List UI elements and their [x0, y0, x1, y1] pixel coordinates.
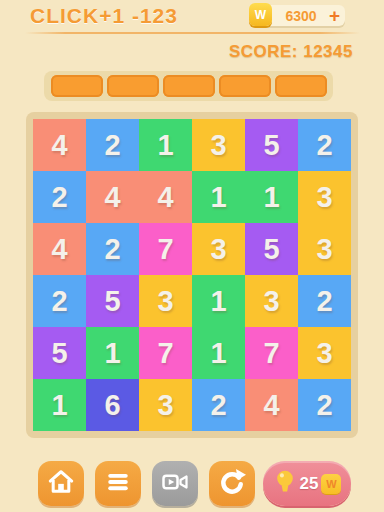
- tile-3[interactable]: 3: [298, 327, 351, 379]
- tile-3[interactable]: 3: [298, 223, 351, 275]
- tile-3[interactable]: 3: [139, 275, 192, 327]
- progress-segment: [275, 75, 327, 97]
- game-title: CLICK+1 -123: [30, 4, 178, 28]
- tile-3[interactable]: 3: [298, 171, 351, 223]
- refresh-icon: [217, 467, 247, 501]
- tile-1[interactable]: 1: [192, 171, 245, 223]
- add-coins-button[interactable]: +: [329, 5, 340, 26]
- coin-counter: W 6300 +: [256, 5, 345, 26]
- tile-2[interactable]: 2: [298, 275, 351, 327]
- hint-coin-icon: W: [321, 474, 341, 494]
- header-divider: [25, 32, 360, 34]
- tile-2[interactable]: 2: [33, 171, 86, 223]
- video-ad-button[interactable]: [152, 461, 198, 506]
- tile-2[interactable]: 2: [86, 223, 139, 275]
- tile-4[interactable]: 4: [245, 379, 298, 431]
- bulb-icon: [273, 469, 297, 499]
- tile-2[interactable]: 2: [86, 119, 139, 171]
- score-text: SCORE: 12345: [229, 42, 353, 62]
- coin-icon: W: [249, 3, 272, 26]
- tile-1[interactable]: 1: [192, 275, 245, 327]
- tile-1[interactable]: 1: [33, 379, 86, 431]
- tile-2[interactable]: 2: [298, 119, 351, 171]
- tile-2[interactable]: 2: [192, 379, 245, 431]
- tile-5[interactable]: 5: [86, 275, 139, 327]
- tile-4[interactable]: 4: [33, 223, 86, 275]
- restart-button[interactable]: [209, 461, 255, 506]
- tile-3[interactable]: 3: [192, 223, 245, 275]
- home-button[interactable]: [38, 461, 84, 506]
- tile-1[interactable]: 1: [245, 171, 298, 223]
- tile-4[interactable]: 4: [86, 171, 139, 223]
- tile-3[interactable]: 3: [245, 275, 298, 327]
- tile-4[interactable]: 4: [33, 119, 86, 171]
- tile-6[interactable]: 6: [86, 379, 139, 431]
- tile-3[interactable]: 3: [139, 379, 192, 431]
- coin-amount: 6300: [278, 8, 324, 24]
- tile-2[interactable]: 2: [33, 275, 86, 327]
- tile-3[interactable]: 3: [192, 119, 245, 171]
- progress-segment: [219, 75, 271, 97]
- video-camera-icon: [160, 467, 190, 501]
- board-grid: 421352244113427353253132517173163242: [33, 119, 351, 431]
- tile-7[interactable]: 7: [139, 327, 192, 379]
- tile-5[interactable]: 5: [245, 223, 298, 275]
- progress-segment: [163, 75, 215, 97]
- tile-1[interactable]: 1: [86, 327, 139, 379]
- tile-7[interactable]: 7: [245, 327, 298, 379]
- game-board: 421352244113427353253132517173163242: [26, 112, 358, 438]
- tile-5[interactable]: 5: [33, 327, 86, 379]
- progress-bar: [44, 71, 333, 101]
- tile-2[interactable]: 2: [298, 379, 351, 431]
- tile-1[interactable]: 1: [192, 327, 245, 379]
- hamburger-icon: [105, 469, 131, 499]
- progress-segment: [51, 75, 103, 97]
- tile-7[interactable]: 7: [139, 223, 192, 275]
- hint-button[interactable]: 25 W: [263, 461, 351, 506]
- tile-4[interactable]: 4: [139, 171, 192, 223]
- game-screen: CLICK+1 -123 W 6300 + SCORE: 12345 42135…: [0, 0, 384, 512]
- progress-segment: [107, 75, 159, 97]
- tile-1[interactable]: 1: [139, 119, 192, 171]
- hint-count: 25: [300, 474, 319, 494]
- tile-5[interactable]: 5: [245, 119, 298, 171]
- menu-button[interactable]: [95, 461, 141, 506]
- home-icon: [47, 468, 75, 500]
